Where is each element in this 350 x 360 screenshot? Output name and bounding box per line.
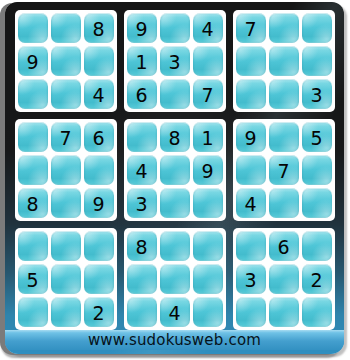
cell-r7c2[interactable] bbox=[51, 231, 81, 261]
cell-r3c8[interactable] bbox=[269, 79, 299, 109]
cell-r3c6[interactable]: 7 bbox=[193, 79, 223, 109]
cell-r2c7[interactable] bbox=[236, 46, 266, 76]
given-digit: 6 bbox=[92, 129, 104, 148]
given-digit: 9 bbox=[92, 195, 104, 214]
cell-r6c1[interactable]: 8 bbox=[18, 188, 48, 218]
cell-r3c3[interactable]: 4 bbox=[84, 79, 114, 109]
cell-r6c3[interactable]: 9 bbox=[84, 188, 114, 218]
cell-r8c5[interactable] bbox=[160, 264, 190, 294]
cell-r5c5[interactable] bbox=[160, 155, 190, 185]
sudoku-widget: 8949413677376898149395745284632 www.sudo… bbox=[0, 0, 350, 360]
cell-r7c4[interactable]: 8 bbox=[127, 231, 157, 261]
cell-r7c5[interactable] bbox=[160, 231, 190, 261]
cell-r2c9[interactable] bbox=[302, 46, 332, 76]
cell-r2c6[interactable] bbox=[193, 46, 223, 76]
given-digit: 4 bbox=[135, 162, 147, 181]
box-2-2: 81493 bbox=[124, 119, 226, 221]
given-digit: 1 bbox=[201, 129, 213, 148]
given-digit: 5 bbox=[310, 129, 322, 148]
cell-r4c2[interactable]: 7 bbox=[51, 122, 81, 152]
cell-r3c4[interactable]: 6 bbox=[127, 79, 157, 109]
cell-r6c4[interactable]: 3 bbox=[127, 188, 157, 218]
cell-r3c9[interactable]: 3 bbox=[302, 79, 332, 109]
box-3-1: 52 bbox=[15, 228, 117, 330]
widget-plate: 8949413677376898149395745284632 www.sudo… bbox=[5, 2, 344, 354]
box-1-3: 73 bbox=[233, 10, 335, 112]
given-digit: 7 bbox=[244, 20, 256, 39]
given-digit: 8 bbox=[135, 238, 147, 257]
cell-r5c2[interactable] bbox=[51, 155, 81, 185]
cell-r5c9[interactable] bbox=[302, 155, 332, 185]
cell-r6c6[interactable] bbox=[193, 188, 223, 218]
cell-r8c4[interactable] bbox=[127, 264, 157, 294]
box-3-2: 84 bbox=[124, 228, 226, 330]
cell-r9c1[interactable] bbox=[18, 297, 48, 327]
cell-r9c6[interactable] bbox=[193, 297, 223, 327]
box-1-1: 894 bbox=[15, 10, 117, 112]
given-digit: 3 bbox=[244, 271, 256, 290]
cell-r1c2[interactable] bbox=[51, 13, 81, 43]
cell-r8c7[interactable]: 3 bbox=[236, 264, 266, 294]
cell-r7c1[interactable] bbox=[18, 231, 48, 261]
cell-r8c1[interactable]: 5 bbox=[18, 264, 48, 294]
cell-r6c5[interactable] bbox=[160, 188, 190, 218]
cell-r2c5[interactable]: 3 bbox=[160, 46, 190, 76]
given-digit: 9 bbox=[26, 53, 38, 72]
cell-r4c3[interactable]: 6 bbox=[84, 122, 114, 152]
given-digit: 6 bbox=[135, 86, 147, 105]
cell-r2c3[interactable] bbox=[84, 46, 114, 76]
cell-r2c4[interactable]: 1 bbox=[127, 46, 157, 76]
box-2-3: 9574 bbox=[233, 119, 335, 221]
given-digit: 3 bbox=[310, 86, 322, 105]
given-digit: 2 bbox=[310, 271, 322, 290]
cell-r9c4[interactable] bbox=[127, 297, 157, 327]
cell-r4c6[interactable]: 1 bbox=[193, 122, 223, 152]
cell-r9c7[interactable] bbox=[236, 297, 266, 327]
cell-r1c5[interactable] bbox=[160, 13, 190, 43]
website-url: www.sudokusweb.com bbox=[88, 331, 261, 349]
cell-r1c7[interactable]: 7 bbox=[236, 13, 266, 43]
given-digit: 9 bbox=[201, 162, 213, 181]
cell-r8c2[interactable] bbox=[51, 264, 81, 294]
cell-r6c8[interactable] bbox=[269, 188, 299, 218]
cell-r1c4[interactable]: 9 bbox=[127, 13, 157, 43]
cell-r9c3[interactable]: 2 bbox=[84, 297, 114, 327]
cell-r2c8[interactable] bbox=[269, 46, 299, 76]
cell-r9c8[interactable] bbox=[269, 297, 299, 327]
cell-r4c5[interactable]: 8 bbox=[160, 122, 190, 152]
cell-r8c3[interactable] bbox=[84, 264, 114, 294]
cell-r8c8[interactable] bbox=[269, 264, 299, 294]
given-digit: 8 bbox=[92, 20, 104, 39]
given-digit: 2 bbox=[92, 304, 104, 323]
cell-r7c9[interactable] bbox=[302, 231, 332, 261]
cell-r6c9[interactable] bbox=[302, 188, 332, 218]
cell-r3c1[interactable] bbox=[18, 79, 48, 109]
cell-r9c2[interactable] bbox=[51, 297, 81, 327]
given-digit: 7 bbox=[201, 86, 213, 105]
cell-r5c6[interactable]: 9 bbox=[193, 155, 223, 185]
given-digit: 4 bbox=[244, 195, 256, 214]
cell-r1c1[interactable] bbox=[18, 13, 48, 43]
cell-r6c7[interactable]: 4 bbox=[236, 188, 266, 218]
cell-r8c6[interactable] bbox=[193, 264, 223, 294]
cell-r5c1[interactable] bbox=[18, 155, 48, 185]
given-digit: 3 bbox=[168, 53, 180, 72]
cell-r5c4[interactable]: 4 bbox=[127, 155, 157, 185]
cell-r2c1[interactable]: 9 bbox=[18, 46, 48, 76]
box-2-1: 7689 bbox=[15, 119, 117, 221]
cell-r4c1[interactable] bbox=[18, 122, 48, 152]
given-digit: 4 bbox=[92, 86, 104, 105]
cell-r7c6[interactable] bbox=[193, 231, 223, 261]
given-digit: 1 bbox=[135, 53, 147, 72]
cell-r5c3[interactable] bbox=[84, 155, 114, 185]
cell-r2c2[interactable] bbox=[51, 46, 81, 76]
cell-r4c7[interactable]: 9 bbox=[236, 122, 266, 152]
cell-r8c9[interactable]: 2 bbox=[302, 264, 332, 294]
given-digit: 4 bbox=[201, 20, 213, 39]
cell-r1c8[interactable] bbox=[269, 13, 299, 43]
cell-r4c9[interactable]: 5 bbox=[302, 122, 332, 152]
given-digit: 5 bbox=[26, 271, 38, 290]
cell-r7c7[interactable] bbox=[236, 231, 266, 261]
given-digit: 9 bbox=[135, 20, 147, 39]
box-3-3: 632 bbox=[233, 228, 335, 330]
cell-r5c8[interactable]: 7 bbox=[269, 155, 299, 185]
cell-r9c5[interactable]: 4 bbox=[160, 297, 190, 327]
cell-r7c8[interactable]: 6 bbox=[269, 231, 299, 261]
given-digit: 8 bbox=[26, 195, 38, 214]
cell-r4c4[interactable] bbox=[127, 122, 157, 152]
given-digit: 4 bbox=[168, 304, 180, 323]
cell-r7c3[interactable] bbox=[84, 231, 114, 261]
cell-r4c8[interactable] bbox=[269, 122, 299, 152]
cell-r5c7[interactable] bbox=[236, 155, 266, 185]
cell-r6c2[interactable] bbox=[51, 188, 81, 218]
cell-r1c6[interactable]: 4 bbox=[193, 13, 223, 43]
given-digit: 9 bbox=[244, 129, 256, 148]
box-1-2: 941367 bbox=[124, 10, 226, 112]
given-digit: 8 bbox=[168, 129, 180, 148]
footer-link[interactable]: www.sudokusweb.com bbox=[5, 330, 344, 350]
given-digit: 7 bbox=[277, 162, 289, 181]
cell-r3c2[interactable] bbox=[51, 79, 81, 109]
cell-r3c5[interactable] bbox=[160, 79, 190, 109]
sudoku-board: 8949413677376898149395745284632 bbox=[15, 10, 335, 330]
given-digit: 6 bbox=[277, 238, 289, 257]
cell-r3c7[interactable] bbox=[236, 79, 266, 109]
cell-r1c9[interactable] bbox=[302, 13, 332, 43]
given-digit: 7 bbox=[59, 129, 71, 148]
cell-r1c3[interactable]: 8 bbox=[84, 13, 114, 43]
given-digit: 3 bbox=[135, 195, 147, 214]
cell-r9c9[interactable] bbox=[302, 297, 332, 327]
